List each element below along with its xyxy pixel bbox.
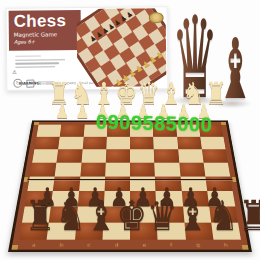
- chess-piece: ♝: [177, 195, 207, 236]
- feature-line: [15, 62, 59, 64]
- chess-piece: ♝: [86, 195, 116, 236]
- board-square: [154, 163, 180, 177]
- chess-piece: ♜: [25, 195, 55, 236]
- coordinate-label: e: [142, 242, 146, 247]
- board-square: [130, 163, 155, 177]
- board-square: [57, 149, 83, 162]
- board-square: [32, 149, 58, 162]
- feature-line: [15, 59, 65, 61]
- board-square: [81, 149, 106, 162]
- box-subtitle: Magnetic Game: [14, 31, 81, 38]
- board-coordinates: abcdefgh: [20, 241, 241, 248]
- coordinate-label: h: [224, 242, 228, 247]
- recycle-icon: ↻: [13, 79, 22, 88]
- hinge-clasp: [23, 177, 27, 182]
- box-art-dark-pieces: ♟♟♟♟♟♟♟: [77, 8, 150, 54]
- coordinate-label: f: [170, 242, 172, 247]
- box-title: Chess: [14, 12, 81, 31]
- chess-piece: ♞: [208, 195, 238, 236]
- board-square: [177, 137, 202, 150]
- gold-corner: [242, 245, 249, 250]
- board-square: [30, 163, 57, 177]
- gold-corner: [34, 122, 39, 125]
- board-square: [202, 149, 228, 162]
- chess-piece: ♛: [147, 195, 177, 236]
- coordinate-label: a: [32, 242, 36, 247]
- feature-line: [15, 66, 55, 68]
- board-square: [153, 137, 177, 150]
- board-square: [154, 149, 179, 162]
- board-square: [82, 137, 106, 150]
- board-fold-hinge: [24, 179, 236, 180]
- board-square: [179, 163, 205, 177]
- board-square: [130, 149, 154, 162]
- box-title-panel: Chess Magnetic Game Ages 6+: [9, 10, 81, 51]
- board-square: [106, 137, 130, 150]
- board-square: [178, 149, 204, 162]
- warning-triangle-icon: ⚠: [12, 70, 17, 75]
- product-photo: Chess Magnetic Game Ages 6+ ⚠ WARNING: C…: [0, 0, 260, 260]
- dark-back-rank: ♜♞♝♚♛♝♞♜: [25, 202, 237, 236]
- package-icon: [26, 79, 34, 87]
- chess-piece: ♟: [75, 102, 89, 122]
- board-square: [34, 137, 60, 150]
- gold-corner: [11, 245, 18, 250]
- coordinate-label: d: [115, 242, 119, 247]
- board-square: [37, 125, 62, 137]
- chess-piece: ♚: [116, 195, 146, 236]
- chess-piece: ♜: [238, 195, 260, 236]
- board-square: [58, 137, 83, 150]
- hinge-clasp: [232, 177, 236, 182]
- chess-piece: ♞: [55, 195, 85, 236]
- coordinate-label: b: [60, 242, 64, 247]
- watermark-phone-number: 0909585000: [96, 110, 213, 136]
- chess-piece: ♟: [55, 102, 69, 122]
- coordinate-label: c: [87, 242, 91, 247]
- coordinate-label: g: [196, 242, 200, 247]
- gold-corner: [221, 122, 226, 125]
- box-age-label: Ages 6+: [14, 38, 81, 45]
- board-square: [105, 163, 130, 177]
- board-square: [106, 149, 130, 162]
- board-square: [130, 137, 154, 150]
- board-square: [203, 163, 230, 177]
- board-square: [80, 163, 106, 177]
- box-feature-lines: [15, 55, 65, 70]
- board-square: [200, 137, 226, 150]
- board-square: [60, 125, 84, 137]
- feature-line: [15, 55, 41, 57]
- board-square: [55, 163, 81, 177]
